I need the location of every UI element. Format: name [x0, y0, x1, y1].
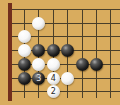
white-stone[interactable]	[18, 30, 31, 43]
white-stone[interactable]: 2	[47, 85, 60, 98]
board-horizontal-line	[11, 91, 120, 92]
black-stone[interactable]	[18, 72, 31, 85]
black-stone[interactable]	[18, 58, 31, 71]
white-stone[interactable]: 4	[47, 72, 60, 85]
white-stone[interactable]	[18, 44, 31, 57]
board-horizontal-line	[11, 9, 120, 10]
white-stone[interactable]	[47, 58, 60, 71]
white-stone[interactable]	[61, 72, 74, 85]
white-stone[interactable]	[32, 17, 45, 30]
board-left-edge	[8, 3, 12, 101]
black-stone[interactable]	[90, 58, 103, 71]
move-number-label: 3	[36, 72, 41, 85]
black-stone[interactable]	[76, 58, 89, 71]
black-stone[interactable]: 3	[32, 72, 45, 85]
move-number-label: 4	[51, 72, 56, 85]
black-stone[interactable]	[32, 44, 45, 57]
white-stone[interactable]	[32, 58, 45, 71]
black-stone[interactable]	[47, 44, 60, 57]
go-diagram-screenshot: 342	[0, 0, 120, 105]
board-horizontal-line	[11, 23, 120, 24]
black-stone[interactable]	[61, 44, 74, 57]
move-number-label: 2	[51, 85, 56, 98]
